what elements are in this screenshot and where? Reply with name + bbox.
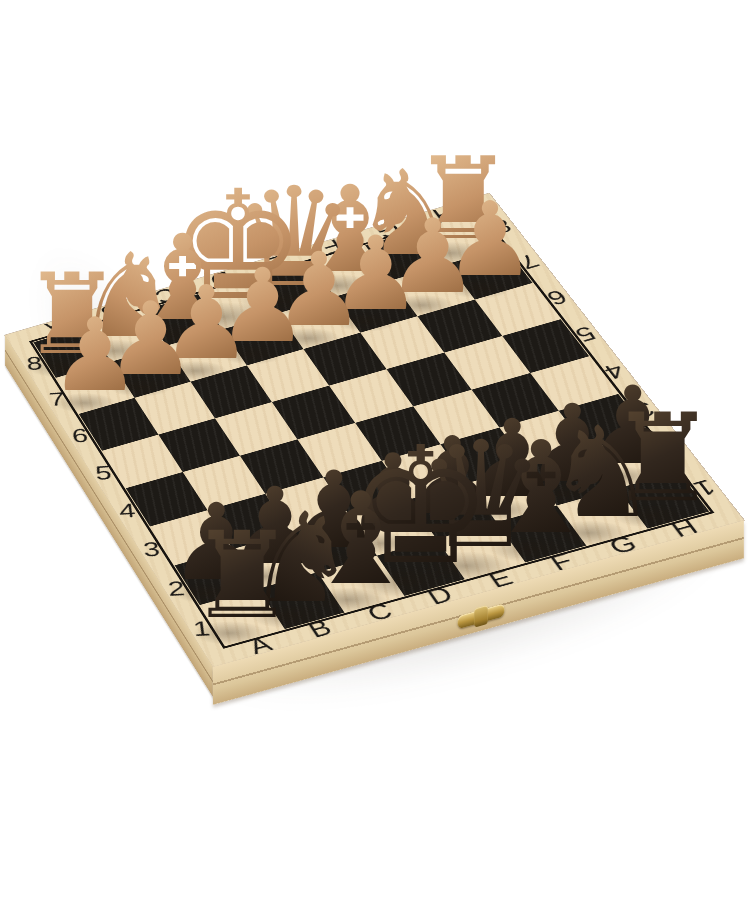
photo-canvas: ABCDEFGH8877665544332211ABCDEFGH ♜♞♝♚♛♝♞… — [0, 0, 750, 901]
brass-clasp-icon — [457, 604, 504, 630]
